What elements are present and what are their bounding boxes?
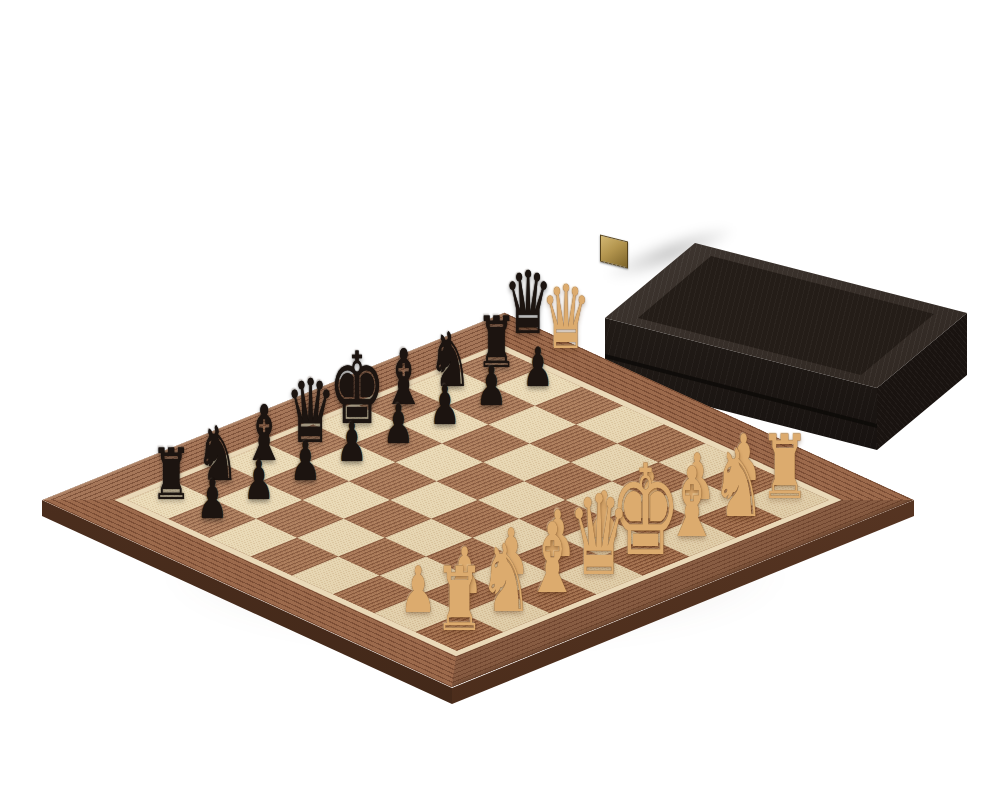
chess-set-product-photo: ♜♞♝♛♚♝♞♜♟♟♟♟♟♟♟♟♟♟♟♟♟♟♟♟♜♞♝♛♚♝♞♜ ♛♛ xyxy=(0,0,1000,800)
